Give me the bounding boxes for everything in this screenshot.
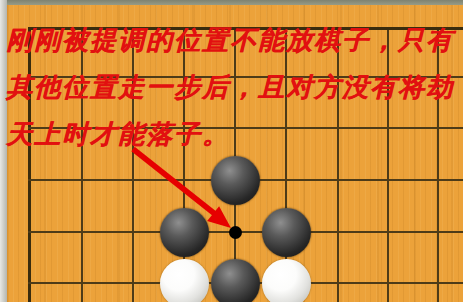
grid-line-v (437, 27, 439, 302)
go-tutorial-screenshot: 刚刚被提调的位置不能放棋子，只有 其他位置走一步后，且对方没有将劫 天上时才能落… (0, 0, 463, 302)
grid-line-h (28, 231, 463, 233)
window-edge-top (0, 0, 463, 5)
annotation-line-1: 刚刚被提调的位置不能放棋子，只有 (6, 23, 462, 57)
ko-point-marker (229, 226, 242, 239)
black-stone (211, 259, 260, 302)
grid-line-v (81, 27, 83, 302)
white-stone (160, 259, 209, 302)
black-stone (211, 156, 260, 205)
black-stone (262, 208, 311, 257)
grid-line-v (132, 27, 134, 302)
grid-line-v (387, 27, 389, 302)
grid-line-v (28, 27, 31, 302)
annotation-line-3: 天上时才能落子。 (6, 117, 462, 151)
grid-line-v (337, 27, 339, 302)
black-stone (160, 208, 209, 257)
annotation-line-2: 其他位置走一步后，且对方没有将劫 (6, 70, 462, 104)
white-stone (262, 259, 311, 302)
